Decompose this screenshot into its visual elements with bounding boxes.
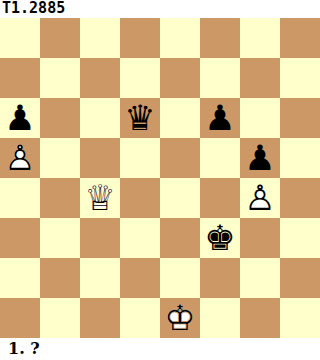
square-e1[interactable]: ♚♔	[160, 298, 200, 338]
square-b7[interactable]	[40, 58, 80, 98]
square-f8[interactable]	[200, 18, 240, 58]
square-a3[interactable]	[0, 218, 40, 258]
square-g3[interactable]	[240, 218, 280, 258]
white-pawn-glyph: ♙	[0, 138, 40, 178]
square-e4[interactable]	[160, 178, 200, 218]
square-h2[interactable]	[280, 258, 320, 298]
square-a6[interactable]: ♟	[0, 98, 40, 138]
square-a1[interactable]	[0, 298, 40, 338]
piece-black-pawn: ♟	[200, 98, 240, 138]
black-queen-glyph: ♛	[120, 98, 160, 138]
chess-board: ♟♛♟♟♙♟♛♕♟♙♚♚♔	[0, 18, 320, 338]
black-king-glyph: ♚	[200, 218, 240, 258]
piece-black-pawn: ♟	[0, 98, 40, 138]
square-b5[interactable]	[40, 138, 80, 178]
white-queen-glyph: ♕	[80, 178, 120, 218]
square-g5[interactable]: ♟	[240, 138, 280, 178]
square-b1[interactable]	[40, 298, 80, 338]
move-prompt: 1. ?	[0, 338, 320, 360]
square-g7[interactable]	[240, 58, 280, 98]
square-d1[interactable]	[120, 298, 160, 338]
black-pawn-glyph: ♟	[200, 98, 240, 138]
square-c5[interactable]	[80, 138, 120, 178]
square-d4[interactable]	[120, 178, 160, 218]
page-title: T1.2885	[0, 0, 320, 18]
piece-white-pawn: ♟♙	[0, 138, 40, 178]
square-h5[interactable]	[280, 138, 320, 178]
square-a2[interactable]	[0, 258, 40, 298]
square-e5[interactable]	[160, 138, 200, 178]
square-d3[interactable]	[120, 218, 160, 258]
square-d7[interactable]	[120, 58, 160, 98]
square-g4[interactable]: ♟♙	[240, 178, 280, 218]
square-d6[interactable]: ♛	[120, 98, 160, 138]
square-d5[interactable]	[120, 138, 160, 178]
black-pawn-glyph: ♟	[0, 98, 40, 138]
square-f1[interactable]	[200, 298, 240, 338]
square-c4[interactable]: ♛♕	[80, 178, 120, 218]
square-g2[interactable]	[240, 258, 280, 298]
piece-black-pawn: ♟	[240, 138, 280, 178]
square-d2[interactable]	[120, 258, 160, 298]
square-b6[interactable]	[40, 98, 80, 138]
piece-white-pawn: ♟♙	[240, 178, 280, 218]
square-c7[interactable]	[80, 58, 120, 98]
square-g8[interactable]	[240, 18, 280, 58]
square-f7[interactable]	[200, 58, 240, 98]
white-king-glyph: ♔	[160, 298, 200, 338]
square-e7[interactable]	[160, 58, 200, 98]
square-e2[interactable]	[160, 258, 200, 298]
square-h7[interactable]	[280, 58, 320, 98]
square-c2[interactable]	[80, 258, 120, 298]
square-b4[interactable]	[40, 178, 80, 218]
square-h1[interactable]	[280, 298, 320, 338]
square-f5[interactable]	[200, 138, 240, 178]
piece-white-king: ♚♔	[160, 298, 200, 338]
chess-problem-page: T1.2885 ♟♛♟♟♙♟♛♕♟♙♚♚♔ 1. ?	[0, 0, 320, 360]
square-c3[interactable]	[80, 218, 120, 258]
square-b3[interactable]	[40, 218, 80, 258]
square-f3[interactable]: ♚	[200, 218, 240, 258]
square-g1[interactable]	[240, 298, 280, 338]
square-a7[interactable]	[0, 58, 40, 98]
square-b2[interactable]	[40, 258, 80, 298]
piece-black-queen: ♛	[120, 98, 160, 138]
square-f6[interactable]: ♟	[200, 98, 240, 138]
white-pawn-glyph: ♙	[240, 178, 280, 218]
square-e8[interactable]	[160, 18, 200, 58]
square-f4[interactable]	[200, 178, 240, 218]
square-a5[interactable]: ♟♙	[0, 138, 40, 178]
square-h4[interactable]	[280, 178, 320, 218]
square-c6[interactable]	[80, 98, 120, 138]
square-c1[interactable]	[80, 298, 120, 338]
square-b8[interactable]	[40, 18, 80, 58]
square-c8[interactable]	[80, 18, 120, 58]
square-h8[interactable]	[280, 18, 320, 58]
piece-black-king: ♚	[200, 218, 240, 258]
square-f2[interactable]	[200, 258, 240, 298]
piece-white-queen: ♛♕	[80, 178, 120, 218]
square-d8[interactable]	[120, 18, 160, 58]
square-e6[interactable]	[160, 98, 200, 138]
black-pawn-glyph: ♟	[240, 138, 280, 178]
square-a8[interactable]	[0, 18, 40, 58]
square-g6[interactable]	[240, 98, 280, 138]
square-h3[interactable]	[280, 218, 320, 258]
square-e3[interactable]	[160, 218, 200, 258]
square-a4[interactable]	[0, 178, 40, 218]
square-h6[interactable]	[280, 98, 320, 138]
